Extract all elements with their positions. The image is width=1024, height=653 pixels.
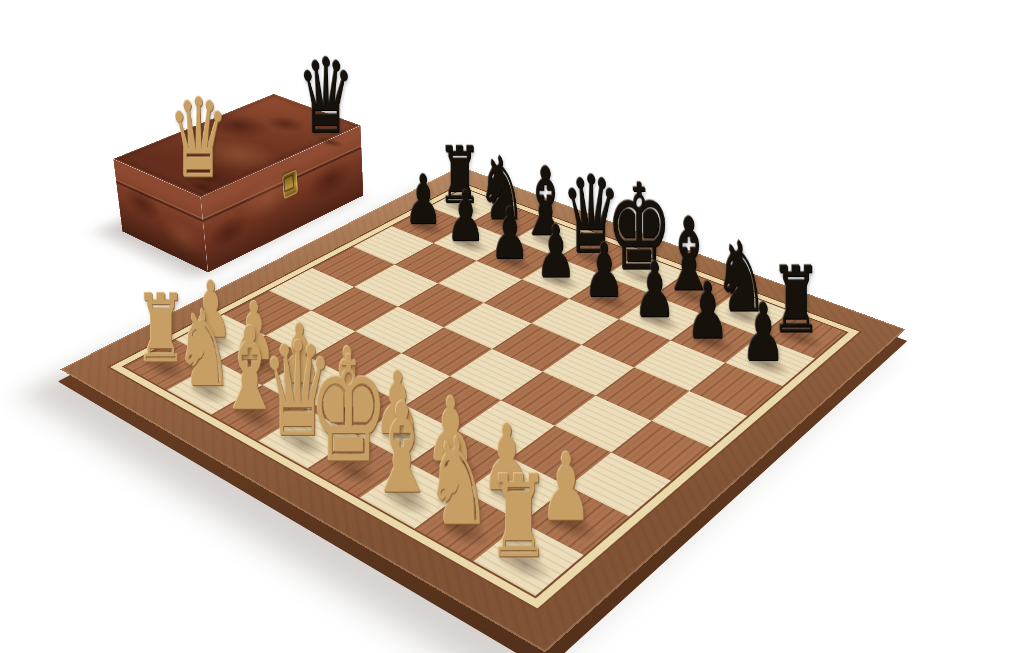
piece-black-pawn-c7[interactable]: ♟ (490, 204, 529, 264)
piece-white-knight-g1[interactable]: ♞ (425, 431, 492, 533)
square-h7: ♟ (725, 336, 815, 386)
piece-black-pawn-h7[interactable]: ♟ (741, 299, 785, 367)
piece-black-pawn-b7[interactable]: ♟ (447, 187, 485, 246)
brass-clasp-icon (282, 169, 298, 199)
piece-black-pawn-g7[interactable]: ♟ (686, 278, 729, 344)
piece-black-pawn-f7[interactable]: ♟ (634, 258, 676, 322)
piece-black-pawn-d7[interactable]: ♟ (536, 221, 576, 282)
piece-black-queen-spare[interactable]: ♛ (297, 53, 354, 140)
scene-3d: ♜♞♝♛♚♝♞♜♟♟♟♟♟♟♟♟♟♟♟♟♟♟♟♟♜♞♝♛♚♝♞♜ ♛ ♛ (0, 0, 1024, 653)
piece-black-pawn-e7[interactable]: ♟ (584, 239, 625, 302)
piece-white-rook-h1[interactable]: ♜ (487, 469, 550, 566)
piece-white-queen-spare[interactable]: ♛ (168, 92, 229, 185)
piece-black-pawn-a7[interactable]: ♟ (405, 171, 443, 229)
floor-plane: ♜♞♝♛♚♝♞♜♟♟♟♟♟♟♟♟♟♟♟♟♟♟♟♟♜♞♝♛♚♝♞♜ ♛ ♛ (60, 166, 905, 652)
product-photo: ♜♞♝♛♚♝♞♜♟♟♟♟♟♟♟♟♟♟♟♟♟♟♟♟♜♞♝♛♚♝♞♜ ♛ ♛ (0, 0, 1024, 653)
